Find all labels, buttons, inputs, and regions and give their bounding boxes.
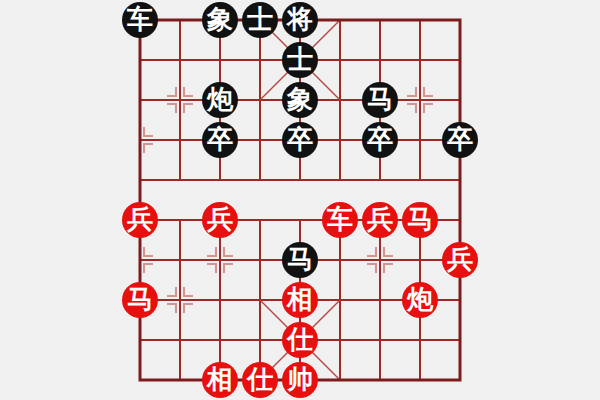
piece-red-general[interactable]: 帅 bbox=[282, 362, 318, 398]
piece-red-chariot[interactable]: 车 bbox=[322, 202, 358, 238]
piece-red-soldier[interactable]: 兵 bbox=[122, 202, 158, 238]
piece-black-horse[interactable]: 马 bbox=[362, 82, 398, 118]
piece-red-horse[interactable]: 马 bbox=[122, 282, 158, 318]
piece-red-advisor[interactable]: 仕 bbox=[242, 362, 278, 398]
piece-red-soldier[interactable]: 兵 bbox=[442, 242, 478, 278]
piece-black-horse[interactable]: 马 bbox=[282, 242, 318, 278]
piece-layer: 车象士将士炮象马卒卒卒卒马兵兵车兵马兵马相炮仕相仕帅 bbox=[120, 0, 480, 400]
piece-black-cannon[interactable]: 炮 bbox=[202, 82, 238, 118]
piece-red-horse[interactable]: 马 bbox=[402, 202, 438, 238]
xiangqi-board[interactable]: 车象士将士炮象马卒卒卒卒马兵兵车兵马兵马相炮仕相仕帅 bbox=[120, 0, 480, 400]
piece-red-elephant[interactable]: 相 bbox=[282, 282, 318, 318]
piece-black-elephant[interactable]: 象 bbox=[202, 2, 238, 38]
piece-black-advisor[interactable]: 士 bbox=[282, 42, 318, 78]
piece-black-soldier[interactable]: 卒 bbox=[202, 122, 238, 158]
piece-black-soldier[interactable]: 卒 bbox=[282, 122, 318, 158]
xiangqi-app: 车象士将士炮象马卒卒卒卒马兵兵车兵马兵马相炮仕相仕帅 bbox=[0, 0, 600, 400]
piece-black-soldier[interactable]: 卒 bbox=[442, 122, 478, 158]
piece-black-elephant[interactable]: 象 bbox=[282, 82, 318, 118]
piece-black-general[interactable]: 将 bbox=[282, 2, 318, 38]
piece-red-soldier[interactable]: 兵 bbox=[362, 202, 398, 238]
piece-red-soldier[interactable]: 兵 bbox=[202, 202, 238, 238]
piece-black-chariot[interactable]: 车 bbox=[122, 2, 158, 38]
piece-red-cannon[interactable]: 炮 bbox=[402, 282, 438, 318]
piece-black-advisor[interactable]: 士 bbox=[242, 2, 278, 38]
piece-red-advisor[interactable]: 仕 bbox=[282, 322, 318, 358]
piece-black-soldier[interactable]: 卒 bbox=[362, 122, 398, 158]
piece-red-elephant[interactable]: 相 bbox=[202, 362, 238, 398]
